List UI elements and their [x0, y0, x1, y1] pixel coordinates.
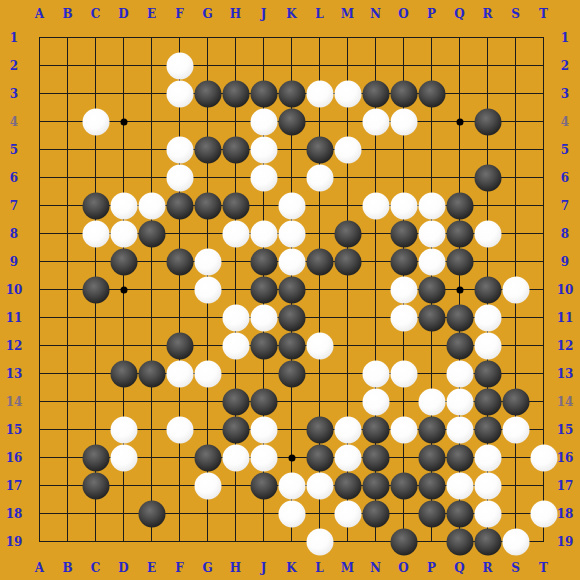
column-label-top: N — [370, 8, 381, 20]
white-stone — [334, 500, 361, 527]
black-stone — [278, 304, 305, 331]
column-label-bottom: Q — [454, 562, 464, 574]
white-stone — [250, 108, 277, 135]
white-stone — [390, 276, 417, 303]
column-label-top: R — [483, 8, 493, 20]
white-stone — [306, 332, 333, 359]
black-stone — [306, 416, 333, 443]
row-label-right: 10 — [557, 284, 574, 296]
row-label-left: 8 — [10, 228, 18, 240]
black-stone — [362, 500, 389, 527]
white-stone — [362, 360, 389, 387]
white-stone — [446, 416, 473, 443]
black-stone — [418, 80, 445, 107]
row-label-right: 14 — [557, 396, 574, 408]
black-stone — [502, 388, 529, 415]
white-stone — [502, 276, 529, 303]
black-stone — [306, 248, 333, 275]
white-stone — [362, 108, 389, 135]
black-stone — [474, 276, 501, 303]
row-label-left: 12 — [6, 340, 23, 352]
column-label-top: F — [175, 8, 184, 20]
white-stone — [390, 108, 417, 135]
black-stone — [446, 332, 473, 359]
black-stone — [334, 248, 361, 275]
column-label-bottom: J — [261, 562, 267, 574]
black-stone — [138, 220, 165, 247]
column-label-top: Q — [454, 8, 464, 20]
black-stone — [446, 304, 473, 331]
black-stone — [418, 444, 445, 471]
row-label-left: 5 — [10, 144, 18, 156]
column-label-bottom: R — [483, 562, 493, 574]
black-stone — [390, 528, 417, 555]
white-stone — [250, 304, 277, 331]
column-label-bottom: S — [511, 562, 520, 574]
white-stone — [166, 416, 193, 443]
white-stone — [502, 416, 529, 443]
white-stone — [446, 472, 473, 499]
row-label-right: 12 — [557, 340, 574, 352]
column-label-top: A — [35, 8, 44, 20]
black-stone — [166, 192, 193, 219]
black-stone — [446, 192, 473, 219]
black-stone — [250, 332, 277, 359]
black-stone — [278, 360, 305, 387]
white-stone — [166, 360, 193, 387]
white-stone — [110, 444, 137, 471]
black-stone — [362, 80, 389, 107]
column-label-bottom: A — [35, 562, 44, 574]
star-point — [120, 118, 127, 125]
column-label-bottom: H — [230, 562, 241, 574]
column-label-bottom: D — [118, 562, 128, 574]
black-stone — [474, 388, 501, 415]
black-stone — [82, 192, 109, 219]
white-stone — [306, 164, 333, 191]
white-stone — [82, 220, 109, 247]
black-stone — [194, 444, 221, 471]
black-stone — [194, 192, 221, 219]
row-label-left: 2 — [10, 60, 18, 72]
row-label-right: 13 — [557, 368, 574, 380]
column-label-top: M — [341, 8, 354, 20]
row-label-right: 18 — [557, 508, 574, 520]
black-stone — [82, 472, 109, 499]
white-stone — [278, 192, 305, 219]
white-stone — [530, 500, 557, 527]
black-stone — [390, 80, 417, 107]
row-label-left: 6 — [10, 172, 18, 184]
black-stone — [446, 528, 473, 555]
black-stone — [222, 136, 249, 163]
black-stone — [474, 108, 501, 135]
column-label-bottom: B — [62, 562, 72, 574]
black-stone — [250, 388, 277, 415]
black-stone — [138, 360, 165, 387]
black-stone — [474, 360, 501, 387]
white-stone — [278, 220, 305, 247]
row-label-left: 3 — [10, 88, 18, 100]
black-stone — [138, 500, 165, 527]
white-stone — [222, 332, 249, 359]
black-stone — [390, 220, 417, 247]
row-label-left: 13 — [6, 368, 23, 380]
white-stone — [250, 444, 277, 471]
row-label-left: 17 — [6, 480, 23, 492]
row-label-left: 10 — [6, 284, 23, 296]
row-label-left: 19 — [6, 536, 23, 548]
column-label-top: P — [427, 8, 436, 20]
white-stone — [250, 220, 277, 247]
column-label-bottom: F — [175, 562, 184, 574]
row-label-left: 4 — [10, 116, 18, 128]
black-stone — [110, 360, 137, 387]
white-stone — [194, 276, 221, 303]
white-stone — [502, 528, 529, 555]
black-stone — [390, 472, 417, 499]
white-stone — [306, 528, 333, 555]
white-stone — [334, 416, 361, 443]
white-stone — [194, 472, 221, 499]
white-stone — [390, 192, 417, 219]
white-stone — [222, 304, 249, 331]
black-stone — [222, 192, 249, 219]
white-stone — [474, 444, 501, 471]
black-stone — [194, 136, 221, 163]
white-stone — [166, 52, 193, 79]
black-stone — [110, 248, 137, 275]
white-stone — [390, 416, 417, 443]
column-label-bottom: P — [427, 562, 436, 574]
white-stone — [110, 220, 137, 247]
row-label-left: 9 — [10, 256, 18, 268]
white-stone — [334, 444, 361, 471]
white-stone — [390, 304, 417, 331]
star-point — [456, 286, 463, 293]
row-label-right: 5 — [561, 144, 569, 156]
star-point — [120, 286, 127, 293]
black-stone — [362, 472, 389, 499]
column-label-bottom: T — [539, 562, 548, 574]
row-label-right: 17 — [557, 480, 574, 492]
white-stone — [194, 360, 221, 387]
white-stone — [418, 388, 445, 415]
black-stone — [278, 80, 305, 107]
white-stone — [390, 360, 417, 387]
black-stone — [446, 500, 473, 527]
row-label-right: 19 — [557, 536, 574, 548]
black-stone — [418, 276, 445, 303]
white-stone — [250, 416, 277, 443]
row-label-left: 16 — [6, 452, 23, 464]
black-stone — [446, 444, 473, 471]
white-stone — [250, 136, 277, 163]
white-stone — [166, 164, 193, 191]
black-stone — [222, 80, 249, 107]
column-label-top: D — [118, 8, 128, 20]
row-label-left: 7 — [10, 200, 18, 212]
white-stone — [474, 332, 501, 359]
column-label-top: O — [398, 8, 408, 20]
row-label-right: 8 — [561, 228, 569, 240]
row-label-right: 11 — [557, 312, 574, 324]
white-stone — [222, 444, 249, 471]
row-label-right: 16 — [557, 452, 574, 464]
white-stone — [166, 80, 193, 107]
white-stone — [278, 248, 305, 275]
black-stone — [82, 444, 109, 471]
white-stone — [362, 388, 389, 415]
white-stone — [110, 192, 137, 219]
black-stone — [474, 164, 501, 191]
black-stone — [306, 136, 333, 163]
white-stone — [278, 472, 305, 499]
black-stone — [222, 388, 249, 415]
row-label-right: 4 — [561, 116, 569, 128]
black-stone — [474, 528, 501, 555]
row-label-left: 18 — [6, 508, 23, 520]
black-stone — [418, 500, 445, 527]
white-stone — [446, 360, 473, 387]
black-stone — [250, 472, 277, 499]
white-stone — [306, 80, 333, 107]
white-stone — [446, 388, 473, 415]
row-label-right: 15 — [557, 424, 574, 436]
column-label-bottom: K — [286, 562, 296, 574]
row-label-right: 2 — [561, 60, 569, 72]
column-label-bottom: O — [398, 562, 408, 574]
black-stone — [306, 444, 333, 471]
column-label-top: J — [261, 8, 267, 20]
column-label-bottom: C — [91, 562, 101, 574]
white-stone — [474, 304, 501, 331]
white-stone — [474, 500, 501, 527]
column-label-bottom: G — [202, 562, 212, 574]
white-stone — [138, 192, 165, 219]
black-stone — [250, 276, 277, 303]
column-label-top: K — [286, 8, 296, 20]
white-stone — [530, 444, 557, 471]
star-point — [288, 454, 295, 461]
black-stone — [82, 276, 109, 303]
white-stone — [222, 220, 249, 247]
black-stone — [278, 108, 305, 135]
column-label-top: T — [539, 8, 548, 20]
white-stone — [474, 220, 501, 247]
white-stone — [334, 136, 361, 163]
row-label-right: 6 — [561, 172, 569, 184]
white-stone — [418, 220, 445, 247]
white-stone — [334, 80, 361, 107]
black-stone — [446, 248, 473, 275]
row-label-left: 11 — [6, 312, 23, 324]
black-stone — [166, 248, 193, 275]
row-label-right: 1 — [561, 32, 569, 44]
column-label-bottom: M — [341, 562, 354, 574]
column-label-top: G — [202, 8, 212, 20]
white-stone — [306, 472, 333, 499]
black-stone — [166, 332, 193, 359]
black-stone — [250, 80, 277, 107]
column-label-top: S — [511, 8, 520, 20]
white-stone — [474, 472, 501, 499]
row-label-right: 9 — [561, 256, 569, 268]
row-label-left: 15 — [6, 424, 23, 436]
column-label-top: L — [315, 8, 323, 20]
black-stone — [278, 332, 305, 359]
black-stone — [334, 220, 361, 247]
white-stone — [362, 192, 389, 219]
white-stone — [166, 136, 193, 163]
black-stone — [390, 248, 417, 275]
white-stone — [278, 500, 305, 527]
go-board[interactable]: AABBCCDDEEFFGGHHJJKKLLMMNNOOPPQQRRSSTT11… — [0, 0, 580, 580]
column-label-bottom: L — [315, 562, 323, 574]
white-stone — [250, 164, 277, 191]
black-stone — [446, 220, 473, 247]
white-stone — [194, 248, 221, 275]
white-stone — [110, 416, 137, 443]
black-stone — [250, 248, 277, 275]
black-stone — [362, 444, 389, 471]
black-stone — [474, 416, 501, 443]
black-stone — [362, 416, 389, 443]
black-stone — [418, 472, 445, 499]
white-stone — [418, 192, 445, 219]
black-stone — [278, 276, 305, 303]
white-stone — [82, 108, 109, 135]
column-label-bottom: N — [370, 562, 381, 574]
black-stone — [194, 80, 221, 107]
column-label-bottom: E — [147, 562, 156, 574]
black-stone — [418, 416, 445, 443]
star-point — [456, 118, 463, 125]
white-stone — [418, 248, 445, 275]
row-label-right: 7 — [561, 200, 569, 212]
column-label-top: C — [91, 8, 101, 20]
column-label-top: E — [147, 8, 156, 20]
row-label-left: 1 — [10, 32, 18, 44]
row-label-right: 3 — [561, 88, 569, 100]
column-label-top: H — [230, 8, 241, 20]
row-label-left: 14 — [6, 396, 23, 408]
black-stone — [334, 472, 361, 499]
black-stone — [418, 304, 445, 331]
black-stone — [222, 416, 249, 443]
column-label-top: B — [62, 8, 72, 20]
